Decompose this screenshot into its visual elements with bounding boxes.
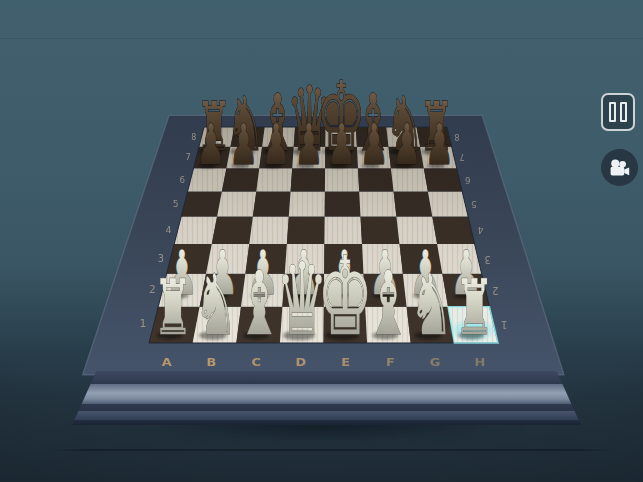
rank-label-right-8: 8 [454,132,459,141]
piece-black-pawn-g7[interactable]: ♟ [392,111,421,177]
board-base-molding [72,420,581,425]
piece-black-pawn-e7[interactable]: ♟ [327,111,356,177]
piece-white-knight-b1[interactable]: ♞ [194,256,238,354]
file-label-c: C [251,356,261,368]
board-base-molding [78,404,574,411]
rank-label-left-7: 7 [186,152,191,162]
piece-white-bishop-c1[interactable]: ♝ [236,252,282,355]
rank-label-right-6: 6 [465,175,471,185]
file-label-b: B [207,356,217,368]
pause-icon [620,102,627,122]
piece-white-bishop-f1[interactable]: ♝ [365,252,411,355]
file-label-g: G [430,356,441,368]
piece-black-pawn-h7[interactable]: ♟ [425,111,454,177]
piece-black-pawn-d7[interactable]: ♟ [294,111,323,177]
piece-black-pawn-c7[interactable]: ♟ [262,111,291,177]
board-base-molding [82,384,572,404]
rank-label-left-3: 3 [158,253,164,264]
piece-black-pawn-f7[interactable]: ♟ [360,111,389,177]
pause-icon [609,102,616,122]
rank-label-left-4: 4 [166,224,172,235]
camera-button[interactable] [601,149,638,186]
file-label-a: A [162,356,172,368]
piece-black-pawn-b7[interactable]: ♟ [229,111,258,177]
app-screen: ABCDEFGH1122334455667788♜♞♝♛♚♝♞♜♟♟♟♟♟♟♟♟… [0,0,643,482]
rank-label-right-7: 7 [460,152,465,162]
video-camera-icon [607,156,632,180]
file-label-f: F [386,356,395,368]
piece-white-rook-h1[interactable]: ♜ [455,263,495,352]
rank-label-right-4: 4 [477,225,483,236]
board-base-molding [91,371,563,384]
chess-board-3d: ABCDEFGH1122334455667788♜♞♝♛♚♝♞♜♟♟♟♟♟♟♟♟… [0,0,643,482]
piece-white-rook-a1[interactable]: ♜ [153,263,193,352]
rank-label-right-1: 1 [501,318,508,331]
piece-black-pawn-a7[interactable]: ♟ [196,111,225,177]
file-label-d: D [296,356,307,368]
rank-label-left-5: 5 [173,199,179,209]
rank-label-left-6: 6 [179,175,185,185]
rank-label-right-5: 5 [471,199,477,209]
rank-label-left-1: 1 [140,317,147,330]
board-base-molding [74,411,578,420]
rank-label-left-8: 8 [191,133,196,142]
piece-white-knight-g1[interactable]: ♞ [409,256,453,354]
file-label-h: H [474,356,485,368]
pause-button[interactable] [601,93,635,131]
